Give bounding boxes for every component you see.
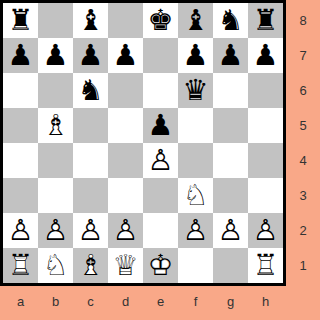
rank-label-5: 5 — [286, 108, 320, 143]
rank-label-6: 6 — [286, 73, 320, 108]
rank-label-7: 7 — [286, 38, 320, 73]
square-b8[interactable] — [38, 3, 73, 38]
square-h7[interactable]: ♟ — [248, 38, 283, 73]
piece-white-rook: ♜♖ — [3, 248, 38, 283]
piece-white-pawn: ♟♙ — [108, 213, 143, 248]
square-h4[interactable] — [248, 143, 283, 178]
piece-black-knight: ♞ — [213, 3, 248, 38]
rank-label-8: 8 — [286, 3, 320, 38]
square-f6[interactable]: ♛ — [178, 73, 213, 108]
piece-black-bishop: ♝ — [178, 3, 213, 38]
square-e4[interactable]: ♟♙ — [143, 143, 178, 178]
rank-label-3: 3 — [286, 178, 320, 213]
square-e8[interactable]: ♚ — [143, 3, 178, 38]
square-a1[interactable]: ♜♖ — [3, 248, 38, 283]
piece-white-knight: ♞♘ — [178, 178, 213, 213]
white-piece-outline: ♙ — [38, 213, 73, 248]
piece-white-pawn: ♟♙ — [3, 213, 38, 248]
square-b1[interactable]: ♞♘ — [38, 248, 73, 283]
square-f3[interactable]: ♞♘ — [178, 178, 213, 213]
rank-label-1: 1 — [286, 248, 320, 283]
square-f2[interactable]: ♟♙ — [178, 213, 213, 248]
white-piece-outline: ♙ — [3, 213, 38, 248]
piece-black-pawn: ♟ — [73, 38, 108, 73]
square-d8[interactable] — [108, 3, 143, 38]
file-label-e: e — [143, 286, 178, 316]
square-a5[interactable] — [3, 108, 38, 143]
piece-black-queen: ♛ — [178, 73, 213, 108]
square-a4[interactable] — [3, 143, 38, 178]
square-h6[interactable] — [248, 73, 283, 108]
piece-black-pawn: ♟ — [248, 38, 283, 73]
white-piece-outline: ♙ — [143, 143, 178, 178]
rank-labels: 87654321 — [286, 3, 320, 283]
white-piece-outline: ♕ — [108, 248, 143, 283]
square-c5[interactable] — [73, 108, 108, 143]
square-f5[interactable] — [178, 108, 213, 143]
file-label-b: b — [38, 286, 73, 316]
square-c1[interactable]: ♝♗ — [73, 248, 108, 283]
file-label-a: a — [3, 286, 38, 316]
white-piece-outline: ♙ — [108, 213, 143, 248]
white-piece-outline: ♗ — [73, 248, 108, 283]
piece-white-rook: ♜♖ — [248, 248, 283, 283]
square-h2[interactable]: ♟♙ — [248, 213, 283, 248]
square-d7[interactable]: ♟ — [108, 38, 143, 73]
file-label-g: g — [213, 286, 248, 316]
square-f4[interactable] — [178, 143, 213, 178]
white-piece-outline: ♗ — [38, 108, 73, 143]
white-piece-outline: ♙ — [73, 213, 108, 248]
square-c4[interactable] — [73, 143, 108, 178]
square-g8[interactable]: ♞ — [213, 3, 248, 38]
square-h3[interactable] — [248, 178, 283, 213]
piece-black-rook: ♜ — [248, 3, 283, 38]
square-b6[interactable] — [38, 73, 73, 108]
file-label-f: f — [178, 286, 213, 316]
square-f7[interactable]: ♟ — [178, 38, 213, 73]
square-f1[interactable] — [178, 248, 213, 283]
piece-white-pawn: ♟♙ — [73, 213, 108, 248]
piece-black-pawn: ♟ — [38, 38, 73, 73]
square-e6[interactable] — [143, 73, 178, 108]
file-label-h: h — [248, 286, 283, 316]
white-piece-outline: ♖ — [3, 248, 38, 283]
square-b4[interactable] — [38, 143, 73, 178]
piece-white-bishop: ♝♗ — [38, 108, 73, 143]
piece-black-pawn: ♟ — [143, 108, 178, 143]
piece-black-pawn: ♟ — [213, 38, 248, 73]
square-g1[interactable] — [213, 248, 248, 283]
white-piece-outline: ♘ — [38, 248, 73, 283]
white-piece-outline: ♔ — [143, 248, 178, 283]
square-b7[interactable]: ♟ — [38, 38, 73, 73]
square-h5[interactable] — [248, 108, 283, 143]
square-g4[interactable] — [213, 143, 248, 178]
square-a2[interactable]: ♟♙ — [3, 213, 38, 248]
square-a8[interactable]: ♜ — [3, 3, 38, 38]
square-a7[interactable]: ♟ — [3, 38, 38, 73]
piece-black-king: ♚ — [143, 3, 178, 38]
piece-black-pawn: ♟ — [108, 38, 143, 73]
piece-white-pawn: ♟♙ — [143, 143, 178, 178]
square-h8[interactable]: ♜ — [248, 3, 283, 38]
square-d6[interactable] — [108, 73, 143, 108]
square-e5[interactable]: ♟ — [143, 108, 178, 143]
piece-white-pawn: ♟♙ — [38, 213, 73, 248]
square-d5[interactable] — [108, 108, 143, 143]
piece-white-knight: ♞♘ — [38, 248, 73, 283]
rank-label-4: 4 — [286, 143, 320, 178]
piece-white-pawn: ♟♙ — [213, 213, 248, 248]
square-g6[interactable] — [213, 73, 248, 108]
square-b3[interactable] — [38, 178, 73, 213]
square-c3[interactable] — [73, 178, 108, 213]
piece-black-pawn: ♟ — [178, 38, 213, 73]
square-b2[interactable]: ♟♙ — [38, 213, 73, 248]
chess-diagram: ♜♝♚♝♞♜♟♟♟♟♟♟♟♞♛♝♗♟♟♙♞♘♟♙♟♙♟♙♟♙♟♙♟♙♟♙♜♖♞♘… — [0, 0, 320, 320]
square-d4[interactable] — [108, 143, 143, 178]
square-g7[interactable]: ♟ — [213, 38, 248, 73]
square-c6[interactable]: ♞ — [73, 73, 108, 108]
square-c2[interactable]: ♟♙ — [73, 213, 108, 248]
square-b5[interactable]: ♝♗ — [38, 108, 73, 143]
piece-black-bishop: ♝ — [73, 3, 108, 38]
square-g3[interactable] — [213, 178, 248, 213]
file-labels: abcdefgh — [3, 286, 283, 320]
square-a6[interactable] — [3, 73, 38, 108]
square-d2[interactable]: ♟♙ — [108, 213, 143, 248]
square-g5[interactable] — [213, 108, 248, 143]
chess-board: ♜♝♚♝♞♜♟♟♟♟♟♟♟♞♛♝♗♟♟♙♞♘♟♙♟♙♟♙♟♙♟♙♟♙♟♙♜♖♞♘… — [0, 0, 286, 286]
white-piece-outline: ♖ — [248, 248, 283, 283]
piece-white-bishop: ♝♗ — [73, 248, 108, 283]
square-c7[interactable]: ♟ — [73, 38, 108, 73]
piece-black-rook: ♜ — [3, 3, 38, 38]
square-a3[interactable] — [3, 178, 38, 213]
square-c8[interactable]: ♝ — [73, 3, 108, 38]
piece-white-pawn: ♟♙ — [178, 213, 213, 248]
file-label-d: d — [108, 286, 143, 316]
square-d3[interactable] — [108, 178, 143, 213]
file-label-c: c — [73, 286, 108, 316]
white-piece-outline: ♙ — [213, 213, 248, 248]
piece-white-queen: ♛♕ — [108, 248, 143, 283]
rank-label-2: 2 — [286, 213, 320, 248]
square-g2[interactable]: ♟♙ — [213, 213, 248, 248]
square-f8[interactable]: ♝ — [178, 3, 213, 38]
piece-white-king: ♚♔ — [143, 248, 178, 283]
piece-black-knight: ♞ — [73, 73, 108, 108]
square-h1[interactable]: ♜♖ — [248, 248, 283, 283]
white-piece-outline: ♙ — [178, 213, 213, 248]
square-e7[interactable] — [143, 38, 178, 73]
square-d1[interactable]: ♛♕ — [108, 248, 143, 283]
square-e1[interactable]: ♚♔ — [143, 248, 178, 283]
square-e2[interactable] — [143, 213, 178, 248]
piece-black-pawn: ♟ — [3, 38, 38, 73]
square-e3[interactable] — [143, 178, 178, 213]
white-piece-outline: ♙ — [248, 213, 283, 248]
piece-white-pawn: ♟♙ — [248, 213, 283, 248]
white-piece-outline: ♘ — [178, 178, 213, 213]
